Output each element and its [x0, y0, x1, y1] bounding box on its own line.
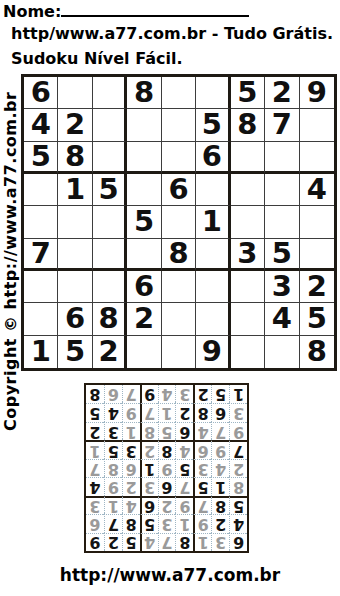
solution-cell-r4c8: 9	[104, 477, 122, 495]
solution-cell-r7c7: 1	[122, 422, 140, 440]
puzzle-cell-r1c2[interactable]	[58, 77, 92, 109]
puzzle-cell-r9c8[interactable]	[265, 336, 299, 368]
solution-cell-r1c1: 6	[229, 533, 247, 551]
solution-cell-r3c4: 9	[175, 496, 193, 514]
solution-cell-r3c1: 5	[229, 496, 247, 514]
puzzle-cell-r6c5[interactable]: 8	[162, 239, 196, 271]
solution-cell-r7c4: 6	[175, 422, 193, 440]
solution-cell-r2c6: 5	[140, 514, 158, 532]
solution-cell-r4c6: 3	[140, 477, 158, 495]
copyright-vertical-text: Copyright © http://www.a77.com.br	[1, 84, 18, 431]
puzzle-cell-r2c5[interactable]	[162, 109, 196, 141]
puzzle-cell-r8c4[interactable]: 2	[127, 303, 161, 335]
name-label: Nome:	[3, 2, 61, 21]
puzzle-cell-r3c8[interactable]	[265, 142, 299, 174]
solution-grid: 6318745294291358765879264138157632942435…	[84, 383, 249, 553]
puzzle-cell-r1c3[interactable]	[93, 77, 127, 109]
solution-cell-r4c3: 5	[193, 477, 211, 495]
solution-cell-r6c7: 3	[122, 440, 140, 458]
solution-cell-r5c9: 7	[86, 459, 104, 477]
puzzle-cell-r5c1[interactable]	[24, 206, 58, 238]
puzzle-cell-r5c5[interactable]	[162, 206, 196, 238]
solution-cell-r1c4: 8	[175, 533, 193, 551]
solution-cell-r6c1: 7	[229, 440, 247, 458]
solution-cell-r9c3: 2	[193, 385, 211, 403]
solution-cell-r9c1: 1	[229, 385, 247, 403]
puzzle-cell-r7c1[interactable]	[24, 271, 58, 303]
solution-cell-r1c2: 3	[211, 533, 229, 551]
puzzle-cell-r8c2[interactable]: 6	[58, 303, 92, 335]
puzzle-cell-r9c4[interactable]	[127, 336, 161, 368]
puzzle-cell-r2c9[interactable]	[300, 109, 334, 141]
solution-cell-r6c3: 6	[193, 440, 211, 458]
solution-cell-r7c2: 7	[211, 422, 229, 440]
solution-cell-r4c4: 7	[175, 477, 193, 495]
puzzle-cell-r7c2[interactable]	[58, 271, 92, 303]
solution-cell-r3c8: 1	[104, 496, 122, 514]
solution-cell-r6c2: 9	[211, 440, 229, 458]
puzzle-cell-r2c8[interactable]: 7	[265, 109, 299, 141]
solution-cell-r8c4: 2	[175, 403, 193, 421]
puzzle-cell-r9c3[interactable]: 2	[93, 336, 127, 368]
puzzle-cell-r2c1[interactable]: 4	[24, 109, 58, 141]
puzzle-cell-r9c2[interactable]: 5	[58, 336, 92, 368]
solution-cell-r8c7: 9	[122, 403, 140, 421]
puzzle-cell-r3c7[interactable]	[231, 142, 265, 174]
solution-cell-r9c5: 4	[158, 385, 176, 403]
solution-cell-r4c9: 4	[86, 477, 104, 495]
solution-cell-r5c4: 5	[175, 459, 193, 477]
puzzle-cell-r4c7[interactable]	[231, 174, 265, 206]
solution-cell-r1c9: 9	[86, 533, 104, 551]
puzzle-cell-r6c2[interactable]	[58, 239, 92, 271]
puzzle-cell-r9c7[interactable]	[231, 336, 265, 368]
puzzle-cell-r9c9[interactable]: 8	[300, 336, 334, 368]
puzzle-cell-r1c7[interactable]: 5	[231, 77, 265, 109]
solution-cell-r7c8: 3	[104, 422, 122, 440]
puzzle-cell-r7c8[interactable]: 3	[265, 271, 299, 303]
solution-cell-r9c7: 7	[122, 385, 140, 403]
solution-cell-r7c6: 8	[140, 422, 158, 440]
puzzle-cell-r3c5[interactable]	[162, 142, 196, 174]
solution-cell-r5c2: 4	[211, 459, 229, 477]
solution-cell-r7c3: 4	[193, 422, 211, 440]
puzzle-cell-r8c6[interactable]	[196, 303, 230, 335]
solution-cell-r7c5: 5	[158, 422, 176, 440]
solution-cell-r5c3: 3	[193, 459, 211, 477]
puzzle-cell-r2c2[interactable]: 2	[58, 109, 92, 141]
puzzle-cell-r1c8[interactable]: 2	[265, 77, 299, 109]
puzzle-cell-r3c3[interactable]	[93, 142, 127, 174]
solution-cell-r8c5: 1	[158, 403, 176, 421]
solution-cell-r1c5: 7	[158, 533, 176, 551]
puzzle-cell-r5c2[interactable]	[58, 206, 92, 238]
puzzle-cell-r8c5[interactable]	[162, 303, 196, 335]
puzzle-cell-r2c7[interactable]: 8	[231, 109, 265, 141]
puzzle-cell-r8c8[interactable]: 4	[265, 303, 299, 335]
name-row: Nome:	[3, 1, 249, 21]
puzzle-cell-r8c3[interactable]: 8	[93, 303, 127, 335]
puzzle-cell-r3c6[interactable]: 6	[196, 142, 230, 174]
solution-cell-r8c8: 4	[104, 403, 122, 421]
solution-cell-r3c6: 6	[140, 496, 158, 514]
puzzle-cell-r9c6[interactable]: 9	[196, 336, 230, 368]
puzzle-cell-r5c8[interactable]	[265, 206, 299, 238]
solution-cell-r6c4: 4	[175, 440, 193, 458]
puzzle-cell-r4c1[interactable]	[24, 174, 58, 206]
solution-cell-r1c7: 5	[122, 533, 140, 551]
solution-cell-r4c1: 8	[229, 477, 247, 495]
puzzle-cell-r6c7[interactable]: 3	[231, 239, 265, 271]
solution-cell-r3c2: 8	[211, 496, 229, 514]
puzzle-cell-r9c1[interactable]: 1	[24, 336, 58, 368]
puzzle-cell-r4c4[interactable]	[127, 174, 161, 206]
solution-cell-r8c6: 7	[140, 403, 158, 421]
solution-cell-r2c2: 2	[211, 514, 229, 532]
puzzle-cell-r1c9[interactable]: 9	[300, 77, 334, 109]
puzzle-cell-r7c7[interactable]	[231, 271, 265, 303]
puzzle-cell-r4c6[interactable]	[196, 174, 230, 206]
solution-cell-r1c6: 4	[140, 533, 158, 551]
solution-cell-r2c5: 3	[158, 514, 176, 532]
solution-cell-r8c9: 5	[86, 403, 104, 421]
site-header-text: http/www.a77.com.br - Tudo Grátis.	[11, 24, 333, 43]
name-blank-line	[61, 1, 249, 17]
puzzle-cell-r4c8[interactable]	[265, 174, 299, 206]
solution-cell-r9c8: 6	[104, 385, 122, 403]
puzzle-cell-r2c3[interactable]	[93, 109, 127, 141]
puzzle-cell-r6c4[interactable]	[127, 239, 161, 271]
solution-cell-r7c1: 9	[229, 422, 247, 440]
puzzle-cell-r7c3[interactable]	[93, 271, 127, 303]
puzzle-cell-r3c9[interactable]	[300, 142, 334, 174]
solution-cell-r1c3: 1	[193, 533, 211, 551]
solution-cell-r6c5: 8	[158, 440, 176, 458]
puzzle-cell-r5c3[interactable]	[93, 206, 127, 238]
solution-cell-r3c7: 4	[122, 496, 140, 514]
puzzle-cell-r1c6[interactable]	[196, 77, 230, 109]
puzzle-cell-r6c6[interactable]	[196, 239, 230, 271]
solution-cell-r2c1: 4	[229, 514, 247, 532]
puzzle-cell-r6c1[interactable]: 7	[24, 239, 58, 271]
solution-cell-r6c8: 5	[104, 440, 122, 458]
puzzle-cell-r6c9[interactable]	[300, 239, 334, 271]
solution-cell-r4c7: 2	[122, 477, 140, 495]
puzzle-cell-r6c8[interactable]: 5	[265, 239, 299, 271]
solution-cell-r8c3: 8	[193, 403, 211, 421]
solution-cell-r3c5: 2	[158, 496, 176, 514]
solution-cell-r8c1: 3	[229, 403, 247, 421]
solution-cell-r2c8: 7	[104, 514, 122, 532]
solution-cell-r6c9: 1	[86, 440, 104, 458]
solution-cell-r9c2: 5	[211, 385, 229, 403]
puzzle-cell-r8c9[interactable]: 5	[300, 303, 334, 335]
solution-cell-r3c9: 3	[86, 496, 104, 514]
puzzle-cell-r5c7[interactable]	[231, 206, 265, 238]
puzzle-grid: 685294258758615645178356326824515298	[21, 74, 337, 371]
solution-cell-r5c5: 9	[158, 459, 176, 477]
puzzle-cell-r4c3[interactable]: 5	[93, 174, 127, 206]
solution-cell-r5c6: 1	[140, 459, 158, 477]
solution-cell-r5c8: 8	[104, 459, 122, 477]
difficulty-header-text: Sudoku Nível Fácil.	[11, 49, 183, 68]
puzzle-cell-r3c2[interactable]: 8	[58, 142, 92, 174]
puzzle-cell-r3c1[interactable]: 5	[24, 142, 58, 174]
footer-url: http://www.a77.com.br	[0, 565, 340, 585]
solution-cell-r4c5: 6	[158, 477, 176, 495]
puzzle-cell-r9c5[interactable]	[162, 336, 196, 368]
puzzle-cell-r4c2[interactable]: 1	[58, 174, 92, 206]
solution-cell-r4c2: 1	[211, 477, 229, 495]
puzzle-cell-r7c9[interactable]: 2	[300, 271, 334, 303]
solution-cell-r6c6: 2	[140, 440, 158, 458]
solution-cell-r2c9: 6	[86, 514, 104, 532]
puzzle-cell-r5c4[interactable]: 5	[127, 206, 161, 238]
puzzle-cell-r8c1[interactable]	[24, 303, 58, 335]
solution-cell-r1c8: 2	[104, 533, 122, 551]
puzzle-cell-r1c1[interactable]: 6	[24, 77, 58, 109]
solution-cell-r2c4: 1	[175, 514, 193, 532]
solution-cell-r2c7: 8	[122, 514, 140, 532]
solution-cell-r5c7: 6	[122, 459, 140, 477]
puzzle-cell-r1c4[interactable]: 8	[127, 77, 161, 109]
puzzle-cell-r5c6[interactable]: 1	[196, 206, 230, 238]
puzzle-cell-r4c9[interactable]: 4	[300, 174, 334, 206]
solution-cell-r5c1: 2	[229, 459, 247, 477]
puzzle-cell-r3c4[interactable]	[127, 142, 161, 174]
puzzle-cell-r7c5[interactable]	[162, 271, 196, 303]
solution-cell-r9c4: 3	[175, 385, 193, 403]
solution-cell-r3c3: 7	[193, 496, 211, 514]
puzzle-cell-r7c4[interactable]: 6	[127, 271, 161, 303]
puzzle-cell-r1c5[interactable]	[162, 77, 196, 109]
puzzle-cell-r5c9[interactable]	[300, 206, 334, 238]
solution-cell-r9c9: 8	[86, 385, 104, 403]
puzzle-cell-r2c4[interactable]	[127, 109, 161, 141]
puzzle-cell-r7c6[interactable]	[196, 271, 230, 303]
solution-cell-r7c9: 2	[86, 422, 104, 440]
puzzle-cell-r8c7[interactable]	[231, 303, 265, 335]
puzzle-cell-r6c3[interactable]	[93, 239, 127, 271]
solution-cell-r9c6: 9	[140, 385, 158, 403]
puzzle-cell-r4c5[interactable]: 6	[162, 174, 196, 206]
solution-cell-r8c2: 6	[211, 403, 229, 421]
solution-cell-r2c3: 9	[193, 514, 211, 532]
puzzle-cell-r2c6[interactable]: 5	[196, 109, 230, 141]
